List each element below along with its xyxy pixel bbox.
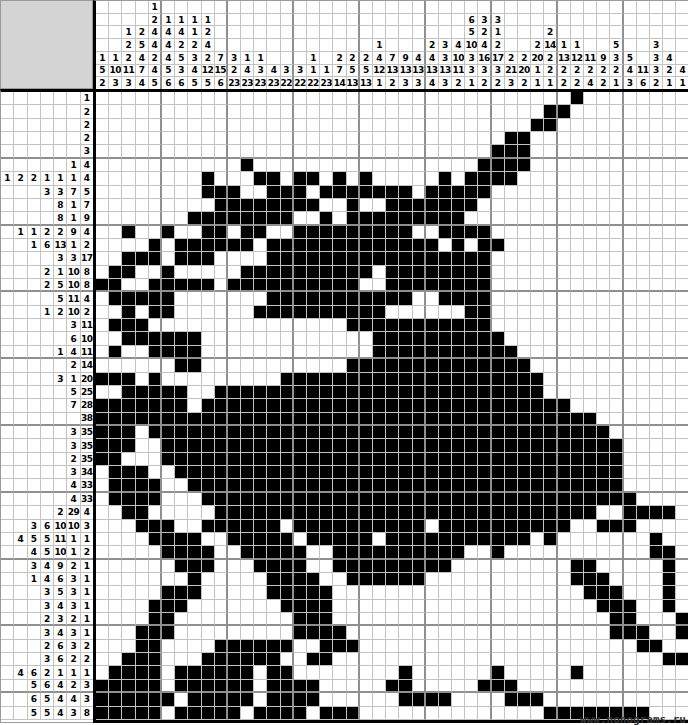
- grid-cell[interactable]: [610, 626, 623, 639]
- grid-cell[interactable]: [637, 319, 650, 332]
- grid-cell[interactable]: [109, 546, 122, 559]
- grid-cell[interactable]: [136, 186, 149, 199]
- grid-cell[interactable]: [162, 132, 175, 145]
- grid-cell[interactable]: [452, 653, 465, 666]
- grid-cell[interactable]: [597, 145, 610, 158]
- grid-cell[interactable]: [544, 520, 557, 533]
- grid-cell[interactable]: [465, 479, 478, 492]
- grid-cell[interactable]: [122, 653, 135, 666]
- grid-cell[interactable]: [492, 279, 505, 292]
- grid-cell[interactable]: [558, 239, 571, 252]
- grid-cell[interactable]: [122, 546, 135, 559]
- grid-cell[interactable]: [597, 666, 610, 679]
- grid-cell[interactable]: [637, 426, 650, 439]
- grid-cell[interactable]: [558, 600, 571, 613]
- grid-cell[interactable]: [624, 279, 637, 292]
- grid-cell[interactable]: [584, 666, 597, 679]
- grid-cell[interactable]: [333, 145, 346, 158]
- grid-cell[interactable]: [505, 680, 518, 693]
- grid-cell[interactable]: [663, 560, 676, 573]
- grid-cell[interactable]: [373, 332, 386, 345]
- grid-cell[interactable]: [426, 426, 439, 439]
- grid-cell[interactable]: [347, 680, 360, 693]
- grid-cell[interactable]: [478, 159, 491, 172]
- grid-cell[interactable]: [399, 319, 412, 332]
- grid-cell[interactable]: [175, 119, 188, 132]
- grid-cell[interactable]: [544, 640, 557, 653]
- grid-cell[interactable]: [294, 573, 307, 586]
- grid-cell[interactable]: [650, 359, 663, 372]
- grid-cell[interactable]: [558, 653, 571, 666]
- grid-cell[interactable]: [347, 172, 360, 185]
- grid-cell[interactable]: [531, 533, 544, 546]
- grid-cell[interactable]: [478, 560, 491, 573]
- grid-cell[interactable]: [373, 439, 386, 452]
- grid-cell[interactable]: [136, 707, 149, 720]
- grid-cell[interactable]: [267, 439, 280, 452]
- grid-cell[interactable]: [584, 346, 597, 359]
- grid-cell[interactable]: [584, 453, 597, 466]
- grid-cell[interactable]: [267, 453, 280, 466]
- grid-cell[interactable]: [241, 707, 254, 720]
- grid-cell[interactable]: [188, 359, 201, 372]
- grid-cell[interactable]: [544, 145, 557, 158]
- grid-cell[interactable]: [241, 132, 254, 145]
- grid-cell[interactable]: [452, 626, 465, 639]
- grid-cell[interactable]: [650, 226, 663, 239]
- grid-cell[interactable]: [439, 653, 452, 666]
- grid-cell[interactable]: [492, 252, 505, 265]
- grid-cell[interactable]: [676, 132, 688, 145]
- grid-cell[interactable]: [109, 533, 122, 546]
- grid-cell[interactable]: [333, 346, 346, 359]
- grid-cell[interactable]: [663, 479, 676, 492]
- grid-cell[interactable]: [663, 693, 676, 706]
- grid-cell[interactable]: [426, 266, 439, 279]
- grid-cell[interactable]: [571, 533, 584, 546]
- grid-cell[interactable]: [518, 266, 531, 279]
- grid-cell[interactable]: [228, 346, 241, 359]
- grid-cell[interactable]: [347, 600, 360, 613]
- grid-cell[interactable]: [175, 653, 188, 666]
- grid-cell[interactable]: [320, 359, 333, 372]
- grid-cell[interactable]: [215, 172, 228, 185]
- grid-cell[interactable]: [281, 359, 294, 372]
- grid-cell[interactable]: [386, 493, 399, 506]
- grid-cell[interactable]: [610, 132, 623, 145]
- grid-cell[interactable]: [109, 346, 122, 359]
- grid-cell[interactable]: [399, 560, 412, 573]
- grid-cell[interactable]: [465, 319, 478, 332]
- grid-cell[interactable]: [663, 626, 676, 639]
- grid-cell[interactable]: [386, 586, 399, 599]
- grid-cell[interactable]: [241, 212, 254, 225]
- grid-cell[interactable]: [281, 560, 294, 573]
- grid-cell[interactable]: [373, 640, 386, 653]
- grid-cell[interactable]: [426, 613, 439, 626]
- grid-cell[interactable]: [228, 172, 241, 185]
- grid-cell[interactable]: [333, 653, 346, 666]
- grid-cell[interactable]: [149, 266, 162, 279]
- grid-cell[interactable]: [624, 453, 637, 466]
- grid-cell[interactable]: [254, 332, 267, 345]
- grid-cell[interactable]: [624, 252, 637, 265]
- grid-cell[interactable]: [663, 145, 676, 158]
- grid-cell[interactable]: [386, 172, 399, 185]
- grid-cell[interactable]: [597, 573, 610, 586]
- grid-cell[interactable]: [360, 266, 373, 279]
- grid-cell[interactable]: [360, 119, 373, 132]
- grid-cell[interactable]: [373, 292, 386, 305]
- grid-cell[interactable]: [663, 426, 676, 439]
- grid-cell[interactable]: [624, 105, 637, 118]
- grid-cell[interactable]: [96, 145, 109, 158]
- grid-cell[interactable]: [267, 105, 280, 118]
- grid-cell[interactable]: [241, 506, 254, 519]
- grid-cell[interactable]: [465, 186, 478, 199]
- grid-cell[interactable]: [188, 373, 201, 386]
- grid-cell[interactable]: [307, 132, 320, 145]
- grid-cell[interactable]: [531, 520, 544, 533]
- grid-cell[interactable]: [399, 292, 412, 305]
- grid-cell[interactable]: [347, 640, 360, 653]
- grid-cell[interactable]: [650, 346, 663, 359]
- grid-cell[interactable]: [360, 306, 373, 319]
- grid-cell[interactable]: [637, 666, 650, 679]
- grid-cell[interactable]: [347, 186, 360, 199]
- grid-cell[interactable]: [281, 145, 294, 158]
- grid-cell[interactable]: [267, 292, 280, 305]
- grid-cell[interactable]: [676, 386, 688, 399]
- grid-cell[interactable]: [584, 693, 597, 706]
- grid-cell[interactable]: [439, 373, 452, 386]
- grid-cell[interactable]: [531, 252, 544, 265]
- grid-cell[interactable]: [307, 119, 320, 132]
- grid-cell[interactable]: [386, 119, 399, 132]
- grid-cell[interactable]: [637, 119, 650, 132]
- grid-cell[interactable]: [386, 426, 399, 439]
- grid-cell[interactable]: [96, 546, 109, 559]
- grid-cell[interactable]: [439, 640, 452, 653]
- grid-cell[interactable]: [360, 186, 373, 199]
- grid-cell[interactable]: [478, 105, 491, 118]
- grid-cell[interactable]: [228, 145, 241, 158]
- grid-cell[interactable]: [136, 626, 149, 639]
- grid-cell[interactable]: [505, 586, 518, 599]
- grid-cell[interactable]: [373, 413, 386, 426]
- grid-cell[interactable]: [478, 586, 491, 599]
- grid-cell[interactable]: [136, 212, 149, 225]
- grid-cell[interactable]: [294, 546, 307, 559]
- grid-cell[interactable]: [386, 252, 399, 265]
- grid-cell[interactable]: [360, 332, 373, 345]
- grid-cell[interactable]: [531, 226, 544, 239]
- grid-cell[interactable]: [175, 239, 188, 252]
- grid-cell[interactable]: [413, 493, 426, 506]
- grid-cell[interactable]: [492, 92, 505, 105]
- grid-cell[interactable]: [241, 373, 254, 386]
- grid-cell[interactable]: [439, 119, 452, 132]
- grid-cell[interactable]: [294, 306, 307, 319]
- grid-cell[interactable]: [136, 493, 149, 506]
- grid-cell[interactable]: [254, 119, 267, 132]
- grid-cell[interactable]: [597, 546, 610, 559]
- grid-cell[interactable]: [584, 92, 597, 105]
- grid-cell[interactable]: [558, 573, 571, 586]
- grid-cell[interactable]: [584, 413, 597, 426]
- grid-cell[interactable]: [439, 600, 452, 613]
- grid-cell[interactable]: [663, 586, 676, 599]
- grid-cell[interactable]: [122, 533, 135, 546]
- grid-cell[interactable]: [122, 573, 135, 586]
- grid-cell[interactable]: [558, 186, 571, 199]
- grid-cell[interactable]: [610, 332, 623, 345]
- grid-cell[interactable]: [307, 279, 320, 292]
- grid-cell[interactable]: [175, 172, 188, 185]
- grid-cell[interactable]: [426, 373, 439, 386]
- grid-cell[interactable]: [109, 306, 122, 319]
- grid-cell[interactable]: [347, 132, 360, 145]
- grid-cell[interactable]: [347, 626, 360, 639]
- grid-cell[interactable]: [373, 533, 386, 546]
- grid-cell[interactable]: [215, 586, 228, 599]
- grid-cell[interactable]: [307, 546, 320, 559]
- grid-cell[interactable]: [386, 226, 399, 239]
- grid-cell[interactable]: [202, 693, 215, 706]
- grid-cell[interactable]: [597, 199, 610, 212]
- grid-cell[interactable]: [676, 279, 688, 292]
- grid-cell[interactable]: [558, 506, 571, 519]
- grid-cell[interactable]: [136, 399, 149, 412]
- grid-cell[interactable]: [373, 426, 386, 439]
- grid-cell[interactable]: [584, 145, 597, 158]
- grid-cell[interactable]: [136, 199, 149, 212]
- grid-cell[interactable]: [215, 600, 228, 613]
- grid-cell[interactable]: [650, 453, 663, 466]
- grid-cell[interactable]: [386, 653, 399, 666]
- grid-cell[interactable]: [122, 279, 135, 292]
- grid-cell[interactable]: [676, 92, 688, 105]
- grid-cell[interactable]: [426, 212, 439, 225]
- grid-cell[interactable]: [492, 506, 505, 519]
- grid-cell[interactable]: [610, 172, 623, 185]
- grid-cell[interactable]: [188, 626, 201, 639]
- grid-cell[interactable]: [215, 493, 228, 506]
- grid-cell[interactable]: [228, 159, 241, 172]
- grid-cell[interactable]: [439, 105, 452, 118]
- grid-cell[interactable]: [162, 479, 175, 492]
- grid-cell[interactable]: [241, 332, 254, 345]
- grid-cell[interactable]: [149, 306, 162, 319]
- grid-cell[interactable]: [492, 212, 505, 225]
- grid-cell[interactable]: [267, 346, 280, 359]
- grid-cell[interactable]: [122, 399, 135, 412]
- grid-cell[interactable]: [584, 252, 597, 265]
- grid-cell[interactable]: [624, 493, 637, 506]
- grid-cell[interactable]: [650, 92, 663, 105]
- grid-cell[interactable]: [663, 292, 676, 305]
- grid-cell[interactable]: [136, 546, 149, 559]
- grid-cell[interactable]: [162, 373, 175, 386]
- grid-cell[interactable]: [426, 560, 439, 573]
- grid-cell[interactable]: [544, 426, 557, 439]
- grid-cell[interactable]: [109, 359, 122, 372]
- grid-cell[interactable]: [478, 506, 491, 519]
- grid-cell[interactable]: [558, 252, 571, 265]
- grid-cell[interactable]: [676, 626, 688, 639]
- grid-cell[interactable]: [294, 92, 307, 105]
- grid-cell[interactable]: [149, 453, 162, 466]
- grid-cell[interactable]: [531, 212, 544, 225]
- grid-cell[interactable]: [465, 666, 478, 679]
- grid-cell[interactable]: [254, 226, 267, 239]
- grid-cell[interactable]: [584, 279, 597, 292]
- grid-cell[interactable]: [584, 132, 597, 145]
- grid-cell[interactable]: [149, 479, 162, 492]
- grid-cell[interactable]: [241, 145, 254, 158]
- grid-cell[interactable]: [360, 159, 373, 172]
- grid-cell[interactable]: [215, 506, 228, 519]
- grid-cell[interactable]: [188, 386, 201, 399]
- grid-cell[interactable]: [320, 426, 333, 439]
- grid-cell[interactable]: [122, 626, 135, 639]
- grid-cell[interactable]: [175, 413, 188, 426]
- grid-cell[interactable]: [333, 586, 346, 599]
- grid-cell[interactable]: [663, 332, 676, 345]
- grid-cell[interactable]: [571, 573, 584, 586]
- grid-cell[interactable]: [492, 493, 505, 506]
- grid-cell[interactable]: [571, 680, 584, 693]
- grid-cell[interactable]: [202, 226, 215, 239]
- grid-cell[interactable]: [452, 707, 465, 720]
- grid-cell[interactable]: [478, 653, 491, 666]
- grid-cell[interactable]: [413, 453, 426, 466]
- grid-cell[interactable]: [122, 693, 135, 706]
- grid-cell[interactable]: [571, 172, 584, 185]
- grid-cell[interactable]: [162, 386, 175, 399]
- grid-cell[interactable]: [399, 373, 412, 386]
- grid-cell[interactable]: [202, 386, 215, 399]
- grid-cell[interactable]: [188, 439, 201, 452]
- grid-cell[interactable]: [215, 439, 228, 452]
- grid-cell[interactable]: [584, 266, 597, 279]
- grid-cell[interactable]: [320, 105, 333, 118]
- grid-cell[interactable]: [610, 186, 623, 199]
- grid-cell[interactable]: [663, 319, 676, 332]
- grid-cell[interactable]: [478, 573, 491, 586]
- grid-cell[interactable]: [162, 399, 175, 412]
- grid-cell[interactable]: [320, 640, 333, 653]
- grid-cell[interactable]: [347, 453, 360, 466]
- grid-cell[interactable]: [188, 426, 201, 439]
- grid-cell[interactable]: [610, 279, 623, 292]
- grid-cell[interactable]: [597, 506, 610, 519]
- grid-cell[interactable]: [149, 92, 162, 105]
- grid-cell[interactable]: [478, 453, 491, 466]
- grid-cell[interactable]: [676, 613, 688, 626]
- grid-cell[interactable]: [373, 226, 386, 239]
- grid-cell[interactable]: [281, 199, 294, 212]
- grid-cell[interactable]: [413, 172, 426, 185]
- grid-cell[interactable]: [162, 560, 175, 573]
- grid-cell[interactable]: [531, 600, 544, 613]
- grid-cell[interactable]: [202, 560, 215, 573]
- grid-cell[interactable]: [399, 346, 412, 359]
- grid-cell[interactable]: [439, 426, 452, 439]
- grid-cell[interactable]: [663, 252, 676, 265]
- grid-cell[interactable]: [518, 319, 531, 332]
- grid-cell[interactable]: [162, 252, 175, 265]
- grid-cell[interactable]: [624, 266, 637, 279]
- grid-cell[interactable]: [571, 226, 584, 239]
- grid-cell[interactable]: [281, 453, 294, 466]
- grid-cell[interactable]: [544, 373, 557, 386]
- grid-cell[interactable]: [162, 413, 175, 426]
- grid-cell[interactable]: [175, 546, 188, 559]
- grid-cell[interactable]: [281, 105, 294, 118]
- grid-cell[interactable]: [505, 466, 518, 479]
- grid-cell[interactable]: [215, 226, 228, 239]
- grid-cell[interactable]: [307, 226, 320, 239]
- grid-cell[interactable]: [663, 92, 676, 105]
- grid-cell[interactable]: [215, 640, 228, 653]
- grid-cell[interactable]: [544, 413, 557, 426]
- grid-cell[interactable]: [399, 266, 412, 279]
- grid-cell[interactable]: [136, 453, 149, 466]
- grid-cell[interactable]: [162, 226, 175, 239]
- grid-cell[interactable]: [215, 693, 228, 706]
- grid-cell[interactable]: [492, 600, 505, 613]
- grid-cell[interactable]: [426, 119, 439, 132]
- grid-cell[interactable]: [413, 279, 426, 292]
- grid-cell[interactable]: [544, 399, 557, 412]
- grid-cell[interactable]: [465, 626, 478, 639]
- grid-cell[interactable]: [175, 332, 188, 345]
- grid-cell[interactable]: [492, 386, 505, 399]
- grid-cell[interactable]: [136, 373, 149, 386]
- grid-cell[interactable]: [505, 346, 518, 359]
- grid-cell[interactable]: [386, 332, 399, 345]
- grid-cell[interactable]: [241, 600, 254, 613]
- grid-cell[interactable]: [465, 640, 478, 653]
- grid-cell[interactable]: [294, 373, 307, 386]
- grid-cell[interactable]: [676, 520, 688, 533]
- grid-cell[interactable]: [439, 319, 452, 332]
- grid-cell[interactable]: [307, 573, 320, 586]
- grid-cell[interactable]: [109, 439, 122, 452]
- grid-cell[interactable]: [637, 226, 650, 239]
- grid-cell[interactable]: [386, 145, 399, 158]
- grid-cell[interactable]: [544, 626, 557, 639]
- grid-cell[interactable]: [399, 279, 412, 292]
- grid-cell[interactable]: [320, 292, 333, 305]
- grid-cell[interactable]: [241, 292, 254, 305]
- grid-cell[interactable]: [465, 600, 478, 613]
- grid-cell[interactable]: [320, 493, 333, 506]
- grid-cell[interactable]: [597, 346, 610, 359]
- grid-cell[interactable]: [347, 292, 360, 305]
- grid-cell[interactable]: [320, 346, 333, 359]
- grid-cell[interactable]: [175, 439, 188, 452]
- grid-cell[interactable]: [122, 186, 135, 199]
- grid-cell[interactable]: [228, 359, 241, 372]
- grid-cell[interactable]: [175, 600, 188, 613]
- grid-cell[interactable]: [584, 560, 597, 573]
- grid-cell[interactable]: [122, 680, 135, 693]
- grid-cell[interactable]: [544, 319, 557, 332]
- grid-cell[interactable]: [281, 600, 294, 613]
- grid-cell[interactable]: [624, 693, 637, 706]
